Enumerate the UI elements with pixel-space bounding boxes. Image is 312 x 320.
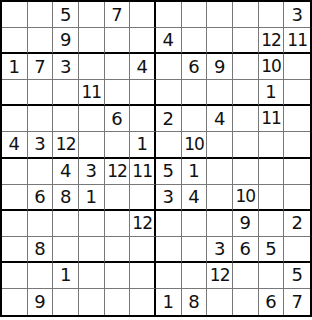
cell-r6c10[interactable] [233, 132, 259, 158]
cell-r11c6[interactable] [130, 263, 156, 289]
cell-r7c5: 12 [105, 159, 131, 185]
cell-r6c11[interactable] [259, 132, 285, 158]
cell-r3c11: 10 [259, 54, 285, 80]
cell-r8c12[interactable] [284, 185, 310, 211]
cell-r1c7[interactable] [156, 2, 182, 28]
cell-r1c9[interactable] [207, 2, 233, 28]
cell-r10c7[interactable] [156, 237, 182, 263]
cell-r9c12: 2 [284, 211, 310, 237]
cell-r1c5: 7 [105, 2, 131, 28]
cell-r10c12[interactable] [284, 237, 310, 263]
cell-r11c4[interactable] [79, 263, 105, 289]
cell-r4c2[interactable] [28, 80, 54, 106]
cell-r9c11[interactable] [259, 211, 285, 237]
cell-r11c5[interactable] [105, 263, 131, 289]
cell-r9c3[interactable] [53, 211, 79, 237]
cell-r11c12: 5 [284, 263, 310, 289]
cell-r3c10[interactable] [233, 54, 259, 80]
cell-r7c8: 1 [182, 159, 208, 185]
cell-r10c4[interactable] [79, 237, 105, 263]
cell-r4c11: 1 [259, 80, 285, 106]
cell-r5c3[interactable] [53, 106, 79, 132]
cell-r12c9[interactable] [207, 289, 233, 315]
cell-r8c3: 8 [53, 185, 79, 211]
cell-r1c3: 5 [53, 2, 79, 28]
cell-r12c7: 1 [156, 289, 182, 315]
cell-r4c5[interactable] [105, 80, 131, 106]
cell-r9c6: 12 [130, 211, 156, 237]
cell-r11c2[interactable] [28, 263, 54, 289]
cell-r4c10[interactable] [233, 80, 259, 106]
cell-r5c4[interactable] [79, 106, 105, 132]
cell-r6c2: 3 [28, 132, 54, 158]
cell-r10c10: 6 [233, 237, 259, 263]
cell-r5c2[interactable] [28, 106, 54, 132]
cell-r6c4[interactable] [79, 132, 105, 158]
cell-r9c9[interactable] [207, 211, 233, 237]
cell-r2c2[interactable] [28, 28, 54, 54]
cell-r2c7: 4 [156, 28, 182, 54]
cell-r8c8: 4 [182, 185, 208, 211]
cell-r10c11: 5 [259, 237, 285, 263]
cell-r12c4[interactable] [79, 289, 105, 315]
sudoku-board: 5739412111734691011162411431211043121151… [0, 0, 312, 317]
cell-r1c11[interactable] [259, 2, 285, 28]
cell-r2c10[interactable] [233, 28, 259, 54]
cell-r7c12[interactable] [284, 159, 310, 185]
cell-r7c2[interactable] [28, 159, 54, 185]
cell-r10c6[interactable] [130, 237, 156, 263]
cell-r9c1[interactable] [2, 211, 28, 237]
cell-r5c6[interactable] [130, 106, 156, 132]
cell-r9c5[interactable] [105, 211, 131, 237]
cell-r6c5[interactable] [105, 132, 131, 158]
cell-r7c6: 11 [130, 159, 156, 185]
cell-r2c5[interactable] [105, 28, 131, 54]
cell-r12c8: 8 [182, 289, 208, 315]
cell-r2c11: 12 [259, 28, 285, 54]
cell-r10c1[interactable] [2, 237, 28, 263]
cell-r8c11[interactable] [259, 185, 285, 211]
cell-r8c4: 1 [79, 185, 105, 211]
cell-r1c4[interactable] [79, 2, 105, 28]
cell-r9c7[interactable] [156, 211, 182, 237]
cell-r6c3: 12 [53, 132, 79, 158]
cell-r2c12: 11 [284, 28, 310, 54]
cell-r12c11: 6 [259, 289, 285, 315]
cell-r11c10[interactable] [233, 263, 259, 289]
cell-r11c9: 12 [207, 263, 233, 289]
cell-r1c10[interactable] [233, 2, 259, 28]
cell-r12c5[interactable] [105, 289, 131, 315]
sudoku-page: 5739412111734691011162411431211043121151… [0, 0, 312, 320]
cell-r10c2: 8 [28, 237, 54, 263]
cell-r4c8[interactable] [182, 80, 208, 106]
cell-r5c10[interactable] [233, 106, 259, 132]
cell-r4c4: 11 [79, 80, 105, 106]
cell-r1c12: 3 [284, 2, 310, 28]
cell-r11c8[interactable] [182, 263, 208, 289]
cell-r1c8[interactable] [182, 2, 208, 28]
cell-r6c12[interactable] [284, 132, 310, 158]
cell-r3c9: 9 [207, 54, 233, 80]
cell-r9c4[interactable] [79, 211, 105, 237]
cell-r3c8: 6 [182, 54, 208, 80]
cell-r7c9[interactable] [207, 159, 233, 185]
cell-r5c9: 4 [207, 106, 233, 132]
cell-r6c6: 1 [130, 132, 156, 158]
cell-r3c4[interactable] [79, 54, 105, 80]
cell-r2c3: 9 [53, 28, 79, 54]
cell-r9c8[interactable] [182, 211, 208, 237]
cell-r1c1[interactable] [2, 2, 28, 28]
cell-r7c11[interactable] [259, 159, 285, 185]
cell-r3c3: 3 [53, 54, 79, 80]
cell-r11c11[interactable] [259, 263, 285, 289]
cell-r3c1: 1 [2, 54, 28, 80]
cell-r4c7[interactable] [156, 80, 182, 106]
cell-r8c6[interactable] [130, 185, 156, 211]
cell-r12c12: 7 [284, 289, 310, 315]
cell-r6c9[interactable] [207, 132, 233, 158]
cell-r4c3[interactable] [53, 80, 79, 106]
cell-r12c3[interactable] [53, 289, 79, 315]
cell-r7c1[interactable] [2, 159, 28, 185]
cell-r5c12[interactable] [284, 106, 310, 132]
cell-r8c1[interactable] [2, 185, 28, 211]
cell-r8c7: 3 [156, 185, 182, 211]
cell-r4c12[interactable] [284, 80, 310, 106]
cell-r9c2[interactable] [28, 211, 54, 237]
cell-r3c7[interactable] [156, 54, 182, 80]
cell-r8c5[interactable] [105, 185, 131, 211]
cell-r5c5: 6 [105, 106, 131, 132]
cell-r7c10[interactable] [233, 159, 259, 185]
cell-r7c3: 4 [53, 159, 79, 185]
cell-r7c7: 5 [156, 159, 182, 185]
cell-r5c7: 2 [156, 106, 182, 132]
cell-r11c3: 1 [53, 263, 79, 289]
cell-r3c5[interactable] [105, 54, 131, 80]
cell-r12c6[interactable] [130, 289, 156, 315]
cell-r3c6: 4 [130, 54, 156, 80]
cell-r6c8: 10 [182, 132, 208, 158]
cell-r11c7[interactable] [156, 263, 182, 289]
cell-r5c11: 11 [259, 106, 285, 132]
cell-r2c8[interactable] [182, 28, 208, 54]
cell-r2c4[interactable] [79, 28, 105, 54]
cell-r12c10[interactable] [233, 289, 259, 315]
cell-r10c5[interactable] [105, 237, 131, 263]
cell-r1c6[interactable] [130, 2, 156, 28]
cell-r8c10: 10 [233, 185, 259, 211]
cell-r3c12[interactable] [284, 54, 310, 80]
cell-r11c1[interactable] [2, 263, 28, 289]
cell-r12c2: 9 [28, 289, 54, 315]
cell-r5c1[interactable] [2, 106, 28, 132]
cell-r10c8[interactable] [182, 237, 208, 263]
cell-r12c1[interactable] [2, 289, 28, 315]
cell-r4c9[interactable] [207, 80, 233, 106]
cell-r8c9[interactable] [207, 185, 233, 211]
cell-r2c6[interactable] [130, 28, 156, 54]
cell-r2c1[interactable] [2, 28, 28, 54]
cell-r8c2: 6 [28, 185, 54, 211]
cell-r5c8[interactable] [182, 106, 208, 132]
cell-r2c9[interactable] [207, 28, 233, 54]
cell-r3c2: 7 [28, 54, 54, 80]
cell-r1c2[interactable] [28, 2, 54, 28]
cell-r9c10: 9 [233, 211, 259, 237]
cell-r6c1: 4 [2, 132, 28, 158]
cell-r4c6[interactable] [130, 80, 156, 106]
cell-r6c7[interactable] [156, 132, 182, 158]
cell-r7c4: 3 [79, 159, 105, 185]
cell-r10c3[interactable] [53, 237, 79, 263]
cell-r4c1[interactable] [2, 80, 28, 106]
cell-r10c9: 3 [207, 237, 233, 263]
